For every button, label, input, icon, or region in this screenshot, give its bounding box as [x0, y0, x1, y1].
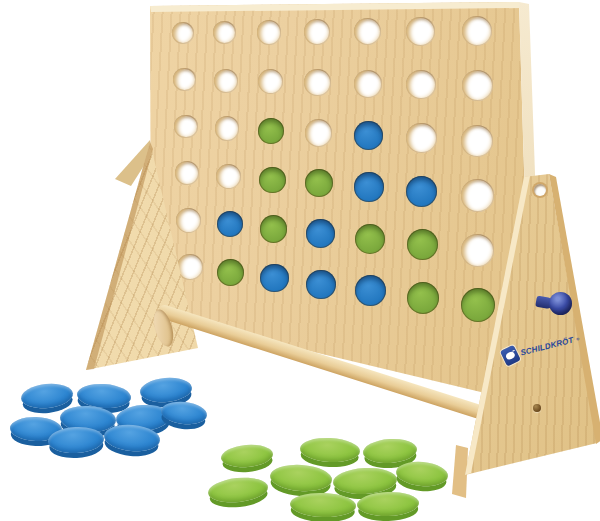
green-pile-disc-4 — [269, 463, 333, 493]
green-pile-disc-7 — [207, 475, 269, 505]
connect-four-product-photo: SCHILDKRÖT ® — [0, 0, 600, 521]
green-pile-disc-8 — [290, 492, 357, 518]
green-pile-disc-6 — [395, 460, 449, 488]
green-pile-disc-2 — [299, 436, 360, 463]
green-disc-pile — [0, 0, 600, 521]
green-pile-disc-3 — [362, 437, 418, 465]
green-pile-disc-1 — [220, 443, 274, 469]
green-pile-disc-9 — [357, 491, 420, 517]
